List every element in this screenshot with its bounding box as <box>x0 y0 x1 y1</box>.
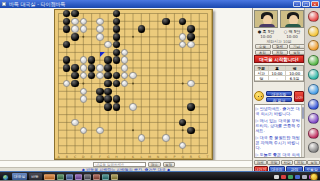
gift-icon[interactable] <box>308 113 319 124</box>
coord-label: R <box>190 155 192 159</box>
coord-label: O <box>165 155 168 159</box>
coord-label: J <box>124 155 125 159</box>
table-cell: 덤 <box>255 76 269 80</box>
panel-button-기권[interactable]: 기권 <box>289 44 305 49</box>
coord-label: D <box>82 155 84 159</box>
event-icon[interactable] <box>308 40 319 51</box>
game-start-banner: 대국을 시작합니다! <box>254 55 304 63</box>
app-icon <box>2 2 6 6</box>
tray-icon[interactable] <box>288 175 293 180</box>
black-stone <box>113 56 120 63</box>
window-title: 바둑 대국실 - 타이젬바둑 <box>9 1 66 7</box>
help-icon[interactable] <box>308 142 319 153</box>
quick-launch-icon[interactable] <box>66 174 73 180</box>
coord-label: T <box>207 155 209 159</box>
white-stone <box>96 25 103 32</box>
white-stone <box>80 127 87 134</box>
white-player-avatar <box>280 10 304 28</box>
white-stone <box>96 33 103 40</box>
maximize-button[interactable]: □ <box>302 1 310 7</box>
ai-analyze-button[interactable]: AI 분석 <box>266 97 292 102</box>
go-board[interactable]: ABCDEFGHJKLMNOPQRST <box>54 9 213 160</box>
tray-icon[interactable] <box>274 175 279 180</box>
title-bar: 바둑 대국실 - 타이젬바둑 – □ ✕ <box>0 0 320 8</box>
white-stone <box>96 18 103 25</box>
white-stone <box>80 25 87 32</box>
white-stone <box>96 127 103 134</box>
black-stone <box>104 56 111 63</box>
coord-label: A <box>57 155 59 159</box>
black-stone <box>113 18 120 25</box>
chat-option-전체[interactable]: 전체 <box>254 160 267 165</box>
table-cell: 10:00 <box>269 71 287 75</box>
close-button[interactable]: ✕ <box>311 1 319 7</box>
messenger-tray-icon[interactable] <box>310 173 318 180</box>
tray-icon[interactable] <box>302 175 307 180</box>
info-table: 구분흑백시간10:0010:00덤-6.5집 <box>254 65 304 82</box>
white-stone <box>71 18 78 25</box>
white-stone <box>187 41 194 48</box>
taskbar-app-2[interactable]: 바둑 <box>29 173 42 180</box>
tray-icon[interactable] <box>281 175 286 180</box>
black-stone <box>104 88 111 95</box>
side-tool-strip <box>304 8 320 158</box>
mail-icon[interactable] <box>308 26 319 37</box>
white-stone <box>179 33 186 40</box>
table-header-cell: 백 <box>286 66 303 70</box>
coord-label: S <box>198 155 200 159</box>
black-stone <box>187 127 194 134</box>
app-window: 바둑 대국실 - 타이젬바둑 – □ ✕ ABCDEFGHJKLMNOPQRST… <box>0 0 320 180</box>
match-request-button[interactable]: 대국신청 <box>266 91 292 96</box>
quick-launch-icon[interactable] <box>75 174 82 180</box>
profile-icon[interactable] <box>308 11 319 22</box>
white-stone <box>80 64 87 71</box>
chat-option-귓말[interactable]: 귓말 <box>267 160 280 165</box>
taskbar-app-1[interactable]: 대국실 <box>12 173 27 180</box>
black-stone <box>113 33 120 40</box>
black-stone <box>88 64 95 71</box>
black-stone <box>104 95 111 102</box>
chat-option-buttons: 전체귓말차단저장설정 <box>254 160 320 165</box>
black-stone <box>104 64 111 71</box>
black-stone <box>138 25 145 32</box>
white-stone <box>96 64 103 71</box>
coord-label: L <box>140 155 142 159</box>
white-stone <box>96 72 103 79</box>
quick-launch-icon[interactable] <box>102 174 109 180</box>
coord-label: E <box>91 155 93 159</box>
black-stone <box>187 33 194 40</box>
chat-message: ▷ 매너 있는 대국을 부탁드리며, 상대를 존중해 주세요. <box>256 118 302 133</box>
quick-launch-icon[interactable] <box>93 174 100 180</box>
table-cell: 6.5집 <box>286 76 303 80</box>
white-stone <box>187 80 194 87</box>
black-stone <box>71 80 78 87</box>
table-cell: 10:00 <box>286 71 303 75</box>
chat-option-저장[interactable]: 저장 <box>294 160 307 165</box>
emoticon-icon <box>254 91 264 101</box>
black-player-avatar <box>254 10 278 28</box>
coord-label: G <box>107 155 109 159</box>
white-stone <box>162 134 169 141</box>
rank-icon[interactable] <box>308 99 319 110</box>
table-header-cell: 흑 <box>269 66 287 70</box>
coord-label: M <box>148 155 151 159</box>
white-stone <box>80 88 87 95</box>
table-cell: 시간 <box>255 71 269 75</box>
panel-button-저장[interactable]: 저장 <box>272 50 288 55</box>
black-stone <box>113 25 120 32</box>
white-stone <box>129 103 136 110</box>
tray-icon[interactable] <box>295 175 300 180</box>
friends-icon[interactable] <box>308 55 319 66</box>
quick-launch-icon[interactable] <box>44 174 55 180</box>
black-stone <box>96 88 103 95</box>
chat-option-설정[interactable]: 설정 <box>307 160 320 165</box>
black-stone <box>187 25 194 32</box>
white-stone <box>80 56 87 63</box>
panel-button-형세[interactable]: 형세 <box>272 44 288 49</box>
chat-message: ▷ 오늘도 좋은 대국 되세요! <box>256 152 302 158</box>
white-stone <box>71 25 78 32</box>
leave-button[interactable]: 나가기 <box>294 91 304 102</box>
black-stone <box>71 10 78 17</box>
panel-button-수쉼[interactable]: 수쉼 <box>255 44 271 49</box>
taskbar: 대국실 바둑 <box>0 171 320 180</box>
search-icon[interactable] <box>308 84 319 95</box>
panel-button-초읽[interactable]: 초읽 <box>255 50 271 55</box>
black-stone <box>187 103 194 110</box>
minimize-button[interactable]: – <box>293 1 301 7</box>
coord-label: Q <box>181 155 184 159</box>
black-stone <box>96 95 103 102</box>
black-stone <box>71 64 78 71</box>
white-stone <box>121 64 128 71</box>
quick-launch-icon[interactable] <box>111 174 118 180</box>
coord-label: P <box>173 155 175 159</box>
coord-label: F <box>99 155 101 159</box>
black-stone <box>104 103 111 110</box>
chat-area[interactable]: ▷ 안녕하세요. 즐거운 대국 되시기 바랍니다.▷ 매너 있는 대국을 부탁드… <box>254 104 305 158</box>
coord-label: C <box>74 155 76 159</box>
chat-message: ▷ 안녕하세요. 즐거운 대국 되시기 바랍니다. <box>256 106 302 116</box>
cursor-icon <box>100 52 105 57</box>
black-stone <box>104 80 111 87</box>
black-stone <box>71 33 78 40</box>
start-button[interactable] <box>2 174 9 181</box>
white-stone <box>71 119 78 126</box>
chat-message: ▷ 대국 중 불필요한 채팅은 자제해 주시기 바랍니다. <box>256 135 302 150</box>
chat-option-차단[interactable]: 차단 <box>281 160 294 165</box>
white-stone <box>80 95 87 102</box>
white-stone <box>138 134 145 141</box>
white-stone <box>80 18 87 25</box>
coord-label: B <box>66 155 68 159</box>
table-header-cell: 구분 <box>255 66 269 70</box>
table-cell: - <box>269 76 287 80</box>
quick-launch-icon[interactable] <box>84 174 91 180</box>
coord-label: N <box>157 155 159 159</box>
quick-launch-icon[interactable] <box>57 174 64 180</box>
black-stone <box>162 18 169 25</box>
panel-button-설정[interactable]: 설정 <box>289 50 305 55</box>
coord-label: H <box>115 155 117 159</box>
black-stone <box>113 103 120 110</box>
coord-label: K <box>132 155 134 159</box>
chat-icon[interactable] <box>308 69 319 80</box>
alert-icon[interactable] <box>308 128 319 139</box>
black-stone <box>113 95 120 102</box>
